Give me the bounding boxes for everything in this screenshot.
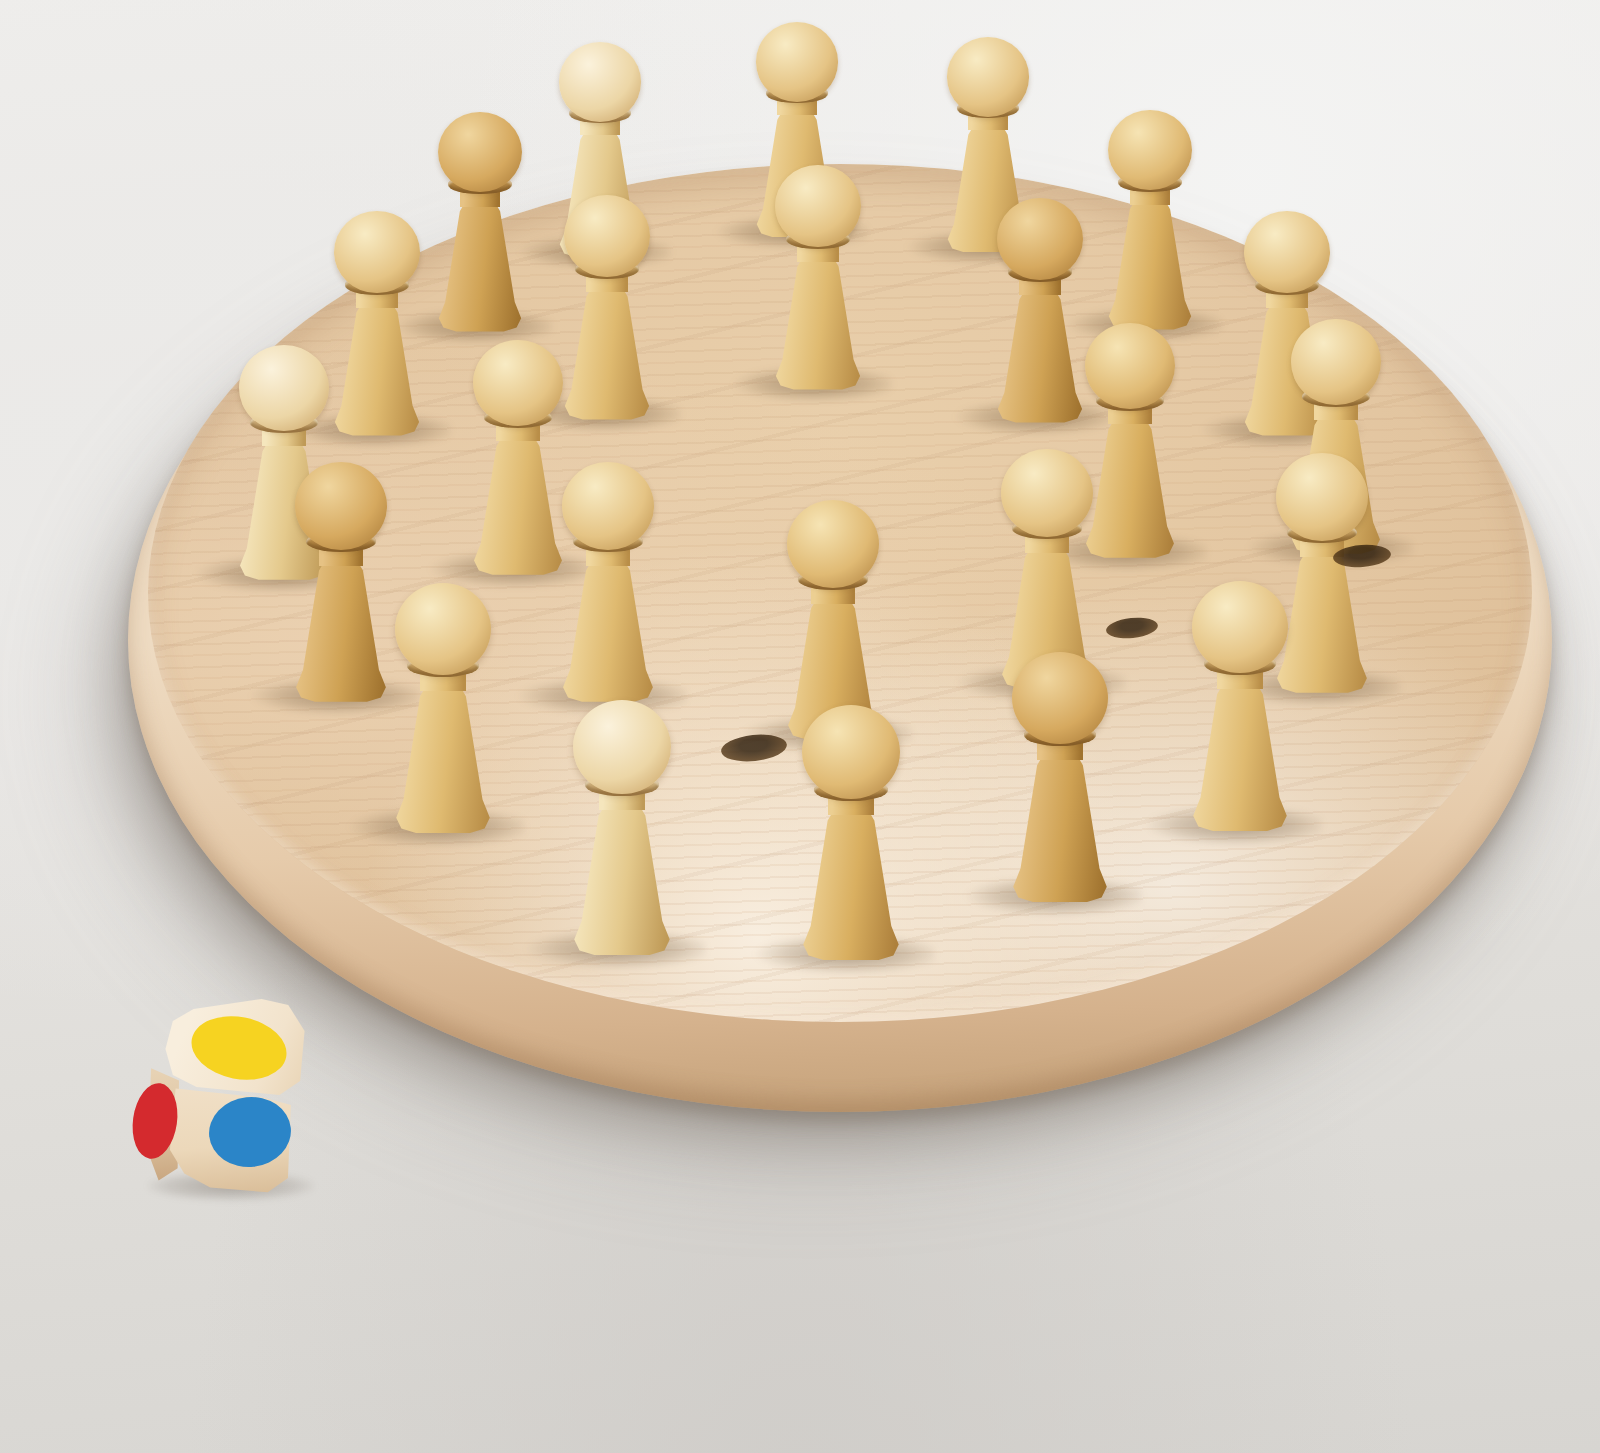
- pawn-head: [1244, 211, 1330, 294]
- pawn-head: [802, 705, 900, 799]
- pawn-head: [1192, 581, 1288, 673]
- pawn-head: [395, 583, 491, 675]
- pawn-body: [798, 805, 904, 960]
- scene: [0, 0, 1600, 1453]
- pawn-head: [756, 22, 839, 101]
- pawn-body: [1104, 196, 1196, 330]
- pawn-body: [558, 556, 658, 702]
- pawn-head: [947, 37, 1030, 116]
- pawn-head: [775, 165, 861, 248]
- pawn-head: [1012, 652, 1108, 744]
- pawn-24[interactable]: [1180, 581, 1300, 833]
- pawn-head: [573, 700, 671, 794]
- pawn-head: [787, 500, 879, 588]
- pawn-head: [295, 462, 387, 550]
- pawn-15[interactable]: [283, 462, 398, 704]
- pawn-head: [564, 195, 650, 278]
- pawn-head: [1291, 319, 1381, 405]
- empty-hole-3: [1105, 615, 1159, 640]
- piece-layer: [0, 0, 1600, 1453]
- pawn-8[interactable]: [764, 165, 872, 392]
- pawn-body: [1008, 750, 1112, 902]
- pawn-body: [1188, 679, 1292, 831]
- pawn-head: [562, 462, 654, 550]
- pawn-21[interactable]: [561, 700, 683, 957]
- pawn-head: [438, 112, 522, 193]
- pawn-head: [239, 345, 329, 431]
- pawn-body: [391, 681, 495, 833]
- color-die[interactable]: [145, 995, 323, 1205]
- pawn-4[interactable]: [1097, 110, 1203, 332]
- pawn-22[interactable]: [790, 705, 912, 962]
- pawn-body: [771, 253, 865, 390]
- pawn-head: [473, 340, 563, 426]
- pawn-head: [997, 198, 1083, 281]
- pawn-23[interactable]: [1000, 652, 1120, 904]
- pawn-head: [1085, 323, 1175, 409]
- pawn-20[interactable]: [383, 583, 503, 835]
- pawn-5[interactable]: [427, 112, 533, 334]
- pawn-body: [291, 556, 391, 702]
- pawn-head: [559, 42, 642, 121]
- pawn-head: [334, 211, 420, 294]
- pawn-head: [1001, 449, 1093, 537]
- pawn-body: [434, 198, 526, 332]
- pawn-16[interactable]: [550, 462, 665, 704]
- pawn-head: [1108, 110, 1192, 191]
- empty-hole-1: [720, 732, 788, 765]
- pawn-body: [330, 299, 424, 436]
- pawn-body: [569, 800, 675, 955]
- pawn-head: [1276, 453, 1368, 541]
